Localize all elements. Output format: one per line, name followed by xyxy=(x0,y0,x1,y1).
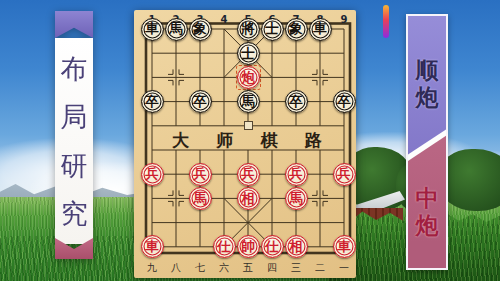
file-label-bottom: 一 xyxy=(332,262,356,274)
file-label-bottom: 二 xyxy=(308,262,332,274)
left-banner-opening-study: 布局研究 xyxy=(55,11,93,265)
piece-black-advisor[interactable]: 士 xyxy=(261,18,284,41)
pieces-grid: 車馬象將士象車士炮卒卒馬卒卒兵兵兵兵兵馬相馬車仕帥仕相車 xyxy=(140,17,356,259)
file-label-bottom: 九 xyxy=(140,262,164,274)
piece-red-soldier[interactable]: 兵 xyxy=(189,163,212,186)
banner-left-body: 布局研究 xyxy=(55,38,93,244)
file-label-bottom: 四 xyxy=(260,262,284,274)
banner-left-char: 研 xyxy=(61,152,88,179)
piece-red-horse[interactable]: 馬 xyxy=(189,187,212,210)
piece-black-soldier[interactable]: 卒 xyxy=(189,90,212,113)
last-move-from-marker xyxy=(244,121,253,130)
piece-red-chariot[interactable]: 車 xyxy=(333,235,356,258)
piece-black-soldier[interactable]: 卒 xyxy=(333,90,356,113)
piece-red-chariot[interactable]: 車 xyxy=(141,235,164,258)
piece-black-elephant[interactable]: 象 xyxy=(189,18,212,41)
piece-red-elephant[interactable]: 相 xyxy=(237,187,260,210)
right-banner-bottom-chars: 中炮 xyxy=(408,186,446,236)
piece-black-general[interactable]: 將 xyxy=(237,18,260,41)
file-label-bottom: 五 xyxy=(236,262,260,274)
piece-red-advisor[interactable]: 仕 xyxy=(261,235,284,258)
piece-black-horse[interactable]: 馬 xyxy=(165,18,188,41)
right-banner-openings: 顺炮 中炮 xyxy=(406,14,448,270)
piece-black-elephant[interactable]: 象 xyxy=(285,18,308,41)
piece-black-advisor[interactable]: 士 xyxy=(237,42,260,65)
file-label-bottom: 三 xyxy=(284,262,308,274)
left-banner-top-cap xyxy=(55,11,93,38)
piece-red-soldier[interactable]: 兵 xyxy=(333,163,356,186)
piece-red-cannon[interactable]: 炮 xyxy=(237,66,260,89)
piece-red-advisor[interactable]: 仕 xyxy=(213,235,236,258)
piece-black-soldier[interactable]: 卒 xyxy=(285,90,308,113)
file-label-bottom: 七 xyxy=(188,262,212,274)
piece-black-soldier[interactable]: 卒 xyxy=(141,90,164,113)
banner-right-char: 炮 xyxy=(416,85,439,108)
piece-red-elephant[interactable]: 相 xyxy=(285,235,308,258)
piece-red-general[interactable]: 帥 xyxy=(237,235,260,258)
banner-right-char: 顺 xyxy=(416,58,439,81)
piece-black-chariot[interactable]: 車 xyxy=(309,18,332,41)
banner-left-char: 局 xyxy=(61,103,88,130)
bottom-coords: 九八七六五四三二一 xyxy=(140,262,356,274)
piece-red-soldier[interactable]: 兵 xyxy=(141,163,164,186)
banner-left-char: 究 xyxy=(61,200,88,227)
banner-right-char: 炮 xyxy=(416,213,439,236)
file-label-bottom: 八 xyxy=(164,262,188,274)
piece-red-soldier[interactable]: 兵 xyxy=(237,163,260,186)
banner-left-char: 布 xyxy=(61,55,88,82)
piece-red-soldier[interactable]: 兵 xyxy=(285,163,308,186)
banner-right-char: 中 xyxy=(416,186,439,209)
piece-black-chariot[interactable]: 車 xyxy=(141,18,164,41)
piece-red-horse[interactable]: 馬 xyxy=(285,187,308,210)
xiangqi-board: 123456789 大师棋路 車馬象將士象車士炮卒卒馬卒卒兵兵兵兵兵馬相馬車仕帥… xyxy=(134,10,356,278)
file-label-bottom: 六 xyxy=(212,262,236,274)
right-banner-top-chars: 顺炮 xyxy=(408,58,446,108)
video-frame: 123456789 大师棋路 車馬象將士象車士炮卒卒馬卒卒兵兵兵兵兵馬相馬車仕帥… xyxy=(0,0,500,281)
gradient-logo-bar xyxy=(383,5,389,38)
piece-black-horse[interactable]: 馬 xyxy=(237,90,260,113)
